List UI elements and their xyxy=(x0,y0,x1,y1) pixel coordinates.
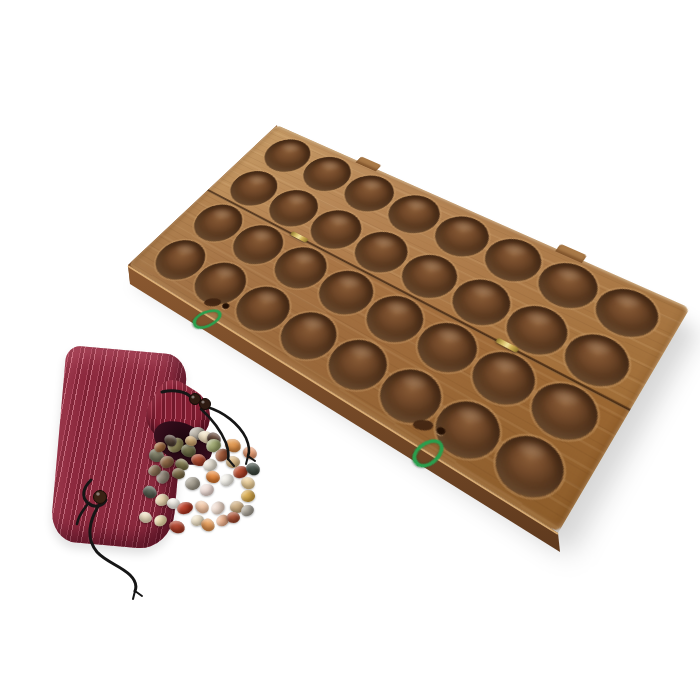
cord-fray xyxy=(228,456,255,466)
bottom-cord-short-end xyxy=(77,504,88,524)
bottom-cord-tail xyxy=(90,505,136,591)
cord-fray xyxy=(133,591,142,599)
drawstring-cords xyxy=(0,0,700,700)
top-cord-tail xyxy=(201,409,228,459)
drawstring-beads xyxy=(94,394,211,504)
top-cord xyxy=(162,391,191,397)
product-photo-canvas xyxy=(0,0,700,700)
